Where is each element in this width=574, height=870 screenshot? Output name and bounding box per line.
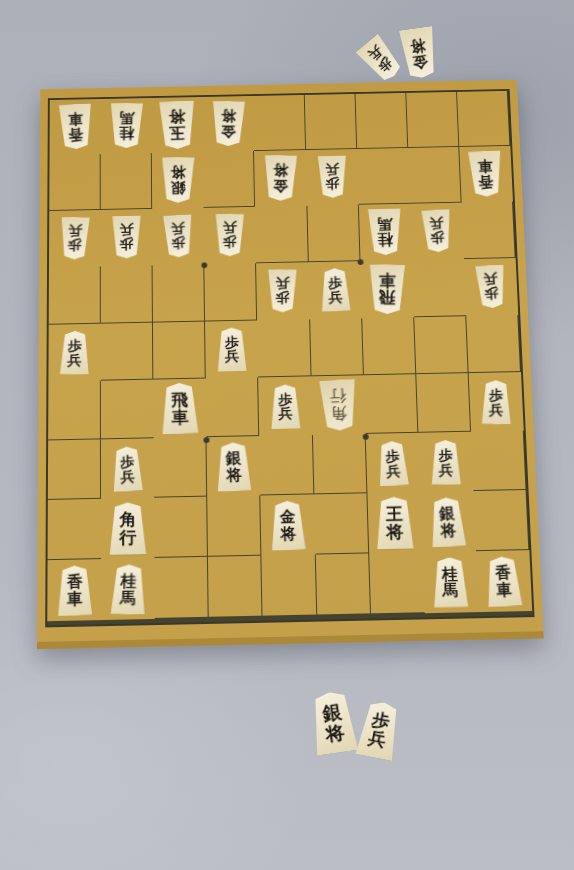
kanji-char: 歩 [489, 388, 503, 403]
kanji-char: 馬 [120, 589, 136, 606]
board-cell [208, 556, 263, 618]
shogi-piece-pawn[interactable]: 歩兵 [353, 699, 405, 762]
kanji-char: 兵 [278, 406, 292, 421]
kanji-char: 将 [386, 523, 404, 541]
board-cell [153, 321, 206, 380]
board-cell [471, 431, 527, 491]
kanji-char: 金 [221, 124, 236, 139]
board-cell [208, 496, 262, 557]
kanji-char: 王 [386, 505, 404, 523]
board-cell [315, 554, 370, 616]
gote-captured-tray: 歩兵金将 [350, 14, 510, 94]
kanji-char: 飛 [379, 289, 396, 306]
shogi-piece-bishop[interactable]: 角行 [316, 379, 360, 432]
board-cell [304, 94, 357, 150]
kanji-char: 馬 [442, 582, 458, 599]
kanji-char: 歩 [172, 236, 186, 251]
shogi-piece-pawn[interactable]: 歩兵 [354, 32, 407, 86]
board-cell [258, 319, 312, 378]
kanji-char: 兵 [121, 468, 136, 483]
kanji-char: 歩 [385, 448, 400, 463]
shogi-piece-pawn[interactable]: 歩兵 [269, 384, 303, 429]
board-cell [49, 266, 101, 324]
kanji-char: 車 [379, 271, 396, 288]
shogi-piece-pawn[interactable]: 歩兵 [429, 440, 463, 485]
kanji-char: 兵 [223, 221, 237, 235]
kanji-char: 歩 [484, 286, 499, 301]
shogi-piece-lance[interactable]: 香車 [483, 555, 525, 607]
shogi-piece-knight[interactable]: 桂馬 [430, 557, 470, 608]
shogi-piece-lance[interactable]: 香車 [55, 564, 94, 615]
kanji-char: 行 [329, 387, 347, 405]
board-cell [412, 259, 466, 317]
board-cell [263, 619, 317, 621]
kanji-char: 将 [440, 521, 457, 538]
board-cell [155, 557, 209, 619]
board-cell [101, 265, 153, 323]
shogi-piece-pawn[interactable]: 歩兵 [480, 380, 513, 424]
kanji-char: 将 [221, 109, 236, 124]
kanji-char: 車 [496, 581, 513, 599]
kanji-char: 将 [280, 525, 296, 542]
kanji-char: 兵 [225, 349, 239, 364]
kanji-char: 歩 [328, 275, 342, 290]
kanji-char: 兵 [439, 462, 453, 477]
board-cell [406, 92, 459, 148]
board-cell [461, 201, 515, 258]
kanji-char: 兵 [489, 402, 503, 417]
kanji-char: 兵 [171, 222, 185, 237]
kanji-char: 兵 [276, 277, 290, 291]
kanji-char: 兵 [328, 290, 342, 305]
board-cell [408, 147, 461, 204]
kanji-char: 兵 [68, 353, 82, 367]
shogi-piece-gold[interactable]: 金将 [397, 26, 442, 81]
photo-scene: 香車桂馬玉将金将銀将金将歩兵香車歩兵歩兵歩兵歩兵桂馬歩兵歩兵歩兵飛車歩兵歩兵歩兵… [0, 0, 574, 870]
kanji-char: 車 [478, 159, 494, 175]
board-cell [466, 315, 521, 374]
star-point [362, 434, 368, 440]
shogi-piece-pawn[interactable]: 歩兵 [473, 264, 509, 309]
shogi-piece-king[interactable]: 玉将 [157, 100, 198, 149]
kanji-char: 歩 [276, 291, 290, 305]
kanji-char: 桂 [119, 126, 134, 141]
board-cell [153, 264, 206, 322]
board-cell [154, 437, 208, 497]
shogi-piece-silver[interactable]: 銀将 [306, 689, 361, 756]
shogi-piece-silver[interactable]: 銀将 [159, 157, 196, 203]
board-cell [49, 154, 101, 211]
board-cell [357, 148, 410, 205]
board-cell [317, 617, 371, 619]
shogi-piece-pawn[interactable]: 歩兵 [58, 217, 92, 260]
board-cell [310, 318, 364, 377]
board-cell [48, 381, 101, 441]
board-cell [205, 263, 258, 321]
board-cell [262, 555, 317, 617]
shogi-piece-gold[interactable]: 金将 [262, 155, 299, 201]
kanji-char: 銀 [170, 180, 185, 195]
shogi-piece-pawn[interactable]: 歩兵 [315, 156, 348, 198]
kanji-char: 将 [409, 36, 426, 54]
shogi-piece-pawn[interactable]: 歩兵 [419, 209, 454, 253]
kanji-char: 将 [170, 165, 185, 180]
kanji-char: 馬 [119, 111, 134, 126]
board-cell [260, 435, 314, 495]
kanji-char: 将 [226, 466, 242, 483]
board-cell [203, 151, 255, 208]
kanji-char: 歩 [225, 335, 239, 350]
kanji-char: 歩 [68, 338, 82, 352]
shogi-piece-silver[interactable]: 銀将 [214, 442, 254, 492]
shogi-piece-rook[interactable]: 飛車 [159, 383, 201, 435]
board-cell [362, 317, 416, 376]
star-point [357, 259, 363, 265]
shogi-piece-king[interactable]: 王将 [373, 496, 416, 549]
kanji-char: 歩 [325, 177, 339, 191]
shogi-piece-pawn[interactable]: 歩兵 [375, 440, 411, 486]
board-cell [209, 620, 263, 622]
shogi-piece-knight[interactable]: 桂馬 [108, 103, 145, 148]
shogi-piece-gold[interactable]: 金将 [268, 500, 308, 551]
kanji-char: 香 [68, 127, 83, 143]
shogi-piece-pawn[interactable]: 歩兵 [267, 269, 299, 312]
kanji-char: 兵 [367, 728, 388, 750]
shogi-piece-knight[interactable]: 桂馬 [108, 564, 148, 614]
kanji-char: 歩 [223, 235, 237, 249]
board-cell [48, 440, 101, 500]
shogi-piece-lance[interactable]: 香車 [56, 104, 94, 151]
kanji-char: 車 [172, 408, 189, 426]
board-cell [312, 434, 367, 494]
shogi-piece-silver[interactable]: 銀将 [427, 496, 469, 547]
shogi-piece-pawn[interactable]: 歩兵 [215, 327, 248, 371]
kanji-char: 角 [330, 405, 348, 424]
star-point [202, 262, 208, 268]
board-cell [364, 375, 419, 435]
kanji-char: 歩 [120, 237, 134, 251]
shogi-piece-bishop[interactable]: 角行 [107, 502, 148, 555]
shogi-piece-pawn[interactable]: 歩兵 [110, 446, 145, 492]
kanji-char: 桂 [378, 232, 394, 248]
star-point [204, 437, 210, 443]
board-cell [307, 204, 360, 261]
board-cell [155, 621, 209, 623]
shogi-piece-pawn[interactable]: 歩兵 [58, 331, 91, 375]
board-cell [48, 499, 102, 560]
kanji-char: 歩 [68, 238, 82, 252]
board-cell [101, 622, 155, 624]
kanji-char: 兵 [325, 163, 339, 177]
shogi-piece-gold[interactable]: 金将 [210, 101, 247, 146]
board-cell [425, 615, 479, 617]
kanji-char: 車 [67, 111, 82, 127]
shogi-piece-lance[interactable]: 香車 [466, 151, 506, 198]
kanji-char: 歩 [438, 447, 452, 462]
board-cell [416, 374, 471, 434]
kanji-char: 将 [324, 721, 346, 744]
kanji-char: 歩 [278, 392, 292, 407]
shogi-piece-pawn[interactable]: 歩兵 [318, 268, 352, 312]
kanji-char: 香 [478, 174, 494, 190]
kanji-char: 角 [119, 510, 136, 528]
kanji-char: 将 [273, 163, 288, 178]
board-cell [253, 95, 305, 151]
kanji-char: 兵 [120, 223, 134, 237]
kanji-char: 兵 [68, 224, 82, 238]
shogi-piece-knight[interactable]: 桂馬 [366, 209, 404, 256]
kanji-char: 玉 [169, 125, 186, 142]
kanji-char: 桂 [120, 572, 136, 589]
kanji-char: 車 [66, 590, 82, 607]
board-grid: 香車桂馬玉将金将銀将金将歩兵香車歩兵歩兵歩兵歩兵桂馬歩兵歩兵歩兵飛車歩兵歩兵歩兵… [45, 89, 534, 627]
kanji-char: 歩 [430, 231, 445, 246]
board-cell [457, 91, 510, 147]
board-cell [101, 153, 153, 210]
kanji-char: 馬 [377, 216, 393, 232]
board-cell [314, 493, 369, 554]
board-cell [478, 614, 532, 616]
shogi-piece-pawn[interactable]: 歩兵 [161, 214, 195, 258]
board-cell [473, 490, 529, 551]
board-cell [369, 552, 425, 614]
kanji-char: 行 [119, 528, 136, 546]
kanji-char: 将 [169, 108, 186, 125]
board-cell [206, 378, 260, 438]
shogi-piece-rook[interactable]: 飛車 [367, 264, 407, 314]
board-cell [414, 316, 469, 375]
board-cell [47, 623, 101, 625]
kanji-char: 歩 [120, 454, 135, 469]
board-cell [255, 206, 308, 263]
board-cell [355, 93, 408, 149]
kanji-char: 兵 [386, 463, 401, 478]
sente-captured-tray: 銀将歩兵 [296, 684, 436, 794]
kanji-char: 兵 [429, 217, 444, 232]
shogi-piece-pawn[interactable]: 歩兵 [214, 214, 246, 256]
kanji-char: 金 [273, 178, 288, 193]
shogi-piece-pawn[interactable]: 歩兵 [111, 216, 143, 259]
shogi-board: 香車桂馬玉将金将銀将金将歩兵香車歩兵歩兵歩兵歩兵桂馬歩兵歩兵歩兵飛車歩兵歩兵歩兵… [37, 80, 544, 649]
board-cell [101, 380, 154, 440]
board-cell [371, 616, 425, 618]
board-cell [154, 497, 208, 558]
board-cell [101, 322, 154, 381]
kanji-char: 兵 [483, 272, 498, 287]
